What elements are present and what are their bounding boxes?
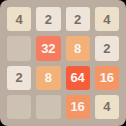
tile-8: 8 [36, 66, 60, 90]
empty-cell [7, 36, 31, 60]
tile-2: 2 [36, 7, 60, 31]
tile-2: 2 [7, 66, 31, 90]
tile-2: 2 [66, 7, 90, 31]
empty-cell [36, 95, 60, 119]
tile-16: 16 [95, 66, 119, 90]
tile-4: 4 [7, 7, 31, 31]
tile-4: 4 [95, 95, 119, 119]
2048-board[interactable]: 42243282286416164 [0, 0, 126, 126]
empty-cell [7, 95, 31, 119]
tile-2: 2 [95, 36, 119, 60]
tile-64: 64 [66, 66, 90, 90]
tile-8: 8 [66, 36, 90, 60]
tile-32: 32 [36, 36, 60, 60]
tile-16: 16 [66, 95, 90, 119]
tile-4: 4 [95, 7, 119, 31]
